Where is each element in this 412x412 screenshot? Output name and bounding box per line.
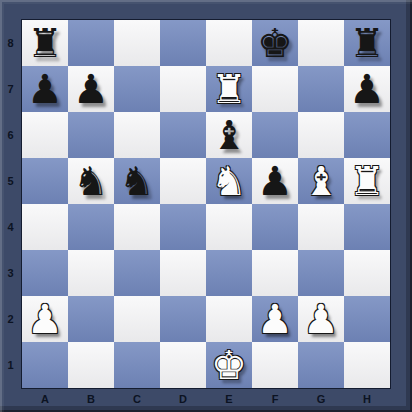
square-a2[interactable]: ♟ — [22, 296, 68, 342]
square-f7[interactable] — [252, 66, 298, 112]
square-d3[interactable] — [160, 250, 206, 296]
square-g1[interactable] — [298, 342, 344, 388]
square-c3[interactable] — [114, 250, 160, 296]
square-h3[interactable] — [344, 250, 390, 296]
square-f5[interactable]: ♟ — [252, 158, 298, 204]
black-rook-piece[interactable]: ♜ — [344, 20, 390, 66]
square-c6[interactable] — [114, 112, 160, 158]
rank-label-5: 5 — [0, 158, 21, 204]
square-h6[interactable] — [344, 112, 390, 158]
square-f6[interactable] — [252, 112, 298, 158]
square-e8[interactable] — [206, 20, 252, 66]
rank-label-1: 1 — [0, 342, 21, 388]
white-rook-piece[interactable]: ♜ — [344, 158, 390, 204]
square-f3[interactable] — [252, 250, 298, 296]
square-d8[interactable] — [160, 20, 206, 66]
square-d2[interactable] — [160, 296, 206, 342]
white-knight-piece[interactable]: ♞ — [206, 158, 252, 204]
file-label-c: C — [114, 390, 160, 410]
square-a8[interactable]: ♜ — [22, 20, 68, 66]
square-g6[interactable] — [298, 112, 344, 158]
square-b4[interactable] — [68, 204, 114, 250]
square-f1[interactable] — [252, 342, 298, 388]
file-label-b: B — [68, 390, 114, 410]
square-b2[interactable] — [68, 296, 114, 342]
square-d1[interactable] — [160, 342, 206, 388]
black-knight-piece[interactable]: ♞ — [68, 158, 114, 204]
square-a7[interactable]: ♟ — [22, 66, 68, 112]
square-c2[interactable] — [114, 296, 160, 342]
square-c8[interactable] — [114, 20, 160, 66]
square-g8[interactable] — [298, 20, 344, 66]
square-h5[interactable]: ♜ — [344, 158, 390, 204]
file-labels: ABCDEFGH — [22, 390, 390, 410]
square-a6[interactable] — [22, 112, 68, 158]
square-g3[interactable] — [298, 250, 344, 296]
square-h2[interactable] — [344, 296, 390, 342]
square-h8[interactable]: ♜ — [344, 20, 390, 66]
file-label-f: F — [252, 390, 298, 410]
rank-label-2: 2 — [0, 296, 21, 342]
square-e2[interactable] — [206, 296, 252, 342]
square-f2[interactable]: ♟ — [252, 296, 298, 342]
square-h1[interactable] — [344, 342, 390, 388]
square-c7[interactable] — [114, 66, 160, 112]
black-king-piece[interactable]: ♚ — [252, 20, 298, 66]
rank-labels: 87654321 — [0, 20, 21, 388]
rank-label-4: 4 — [0, 204, 21, 250]
square-c1[interactable] — [114, 342, 160, 388]
white-bishop-piece[interactable]: ♝ — [298, 158, 344, 204]
black-rook-piece[interactable]: ♜ — [22, 20, 68, 66]
square-e1[interactable]: ♚ — [206, 342, 252, 388]
black-pawn-piece[interactable]: ♟ — [252, 158, 298, 204]
square-h4[interactable] — [344, 204, 390, 250]
square-d6[interactable] — [160, 112, 206, 158]
square-g2[interactable]: ♟ — [298, 296, 344, 342]
square-e3[interactable] — [206, 250, 252, 296]
black-pawn-piece[interactable]: ♟ — [68, 66, 114, 112]
square-f4[interactable] — [252, 204, 298, 250]
square-a1[interactable] — [22, 342, 68, 388]
square-b6[interactable] — [68, 112, 114, 158]
square-d4[interactable] — [160, 204, 206, 250]
rank-label-6: 6 — [0, 112, 21, 158]
square-e6[interactable]: ♝ — [206, 112, 252, 158]
square-g4[interactable] — [298, 204, 344, 250]
white-rook-piece[interactable]: ♜ — [206, 66, 252, 112]
white-pawn-piece[interactable]: ♟ — [298, 296, 344, 342]
white-pawn-piece[interactable]: ♟ — [22, 296, 68, 342]
black-bishop-piece[interactable]: ♝ — [206, 112, 252, 158]
chess-board: ♜♚♜♟♟♜♟♝♞♞♞♟♝♜♟♟♟♚ — [21, 19, 391, 389]
square-c4[interactable] — [114, 204, 160, 250]
square-b3[interactable] — [68, 250, 114, 296]
square-h7[interactable]: ♟ — [344, 66, 390, 112]
rank-label-7: 7 — [0, 66, 21, 112]
file-label-h: H — [344, 390, 390, 410]
square-b8[interactable] — [68, 20, 114, 66]
white-king-piece[interactable]: ♚ — [206, 342, 252, 388]
square-b7[interactable]: ♟ — [68, 66, 114, 112]
black-pawn-piece[interactable]: ♟ — [22, 66, 68, 112]
square-g7[interactable] — [298, 66, 344, 112]
black-knight-piece[interactable]: ♞ — [114, 158, 160, 204]
square-a3[interactable] — [22, 250, 68, 296]
file-label-g: G — [298, 390, 344, 410]
square-a4[interactable] — [22, 204, 68, 250]
file-label-a: A — [22, 390, 68, 410]
square-e7[interactable]: ♜ — [206, 66, 252, 112]
square-d5[interactable] — [160, 158, 206, 204]
file-label-e: E — [206, 390, 252, 410]
square-e4[interactable] — [206, 204, 252, 250]
square-f8[interactable]: ♚ — [252, 20, 298, 66]
square-c5[interactable]: ♞ — [114, 158, 160, 204]
square-b1[interactable] — [68, 342, 114, 388]
rank-label-8: 8 — [0, 20, 21, 66]
black-pawn-piece[interactable]: ♟ — [344, 66, 390, 112]
square-d7[interactable] — [160, 66, 206, 112]
square-a5[interactable] — [22, 158, 68, 204]
square-e5[interactable]: ♞ — [206, 158, 252, 204]
square-b5[interactable]: ♞ — [68, 158, 114, 204]
file-label-d: D — [160, 390, 206, 410]
square-g5[interactable]: ♝ — [298, 158, 344, 204]
board-frame: 87654321 ♜♚♜♟♟♜♟♝♞♞♞♟♝♜♟♟♟♚ ABCDEFGH — [0, 0, 412, 412]
white-pawn-piece[interactable]: ♟ — [252, 296, 298, 342]
rank-label-3: 3 — [0, 250, 21, 296]
